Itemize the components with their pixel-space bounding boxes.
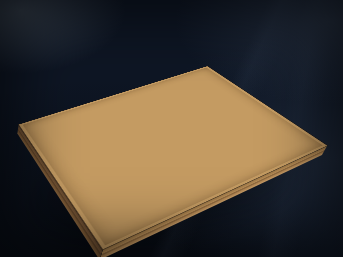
scene (0, 0, 343, 257)
chess-set-photo (0, 0, 343, 257)
chess-board (17, 74, 322, 257)
